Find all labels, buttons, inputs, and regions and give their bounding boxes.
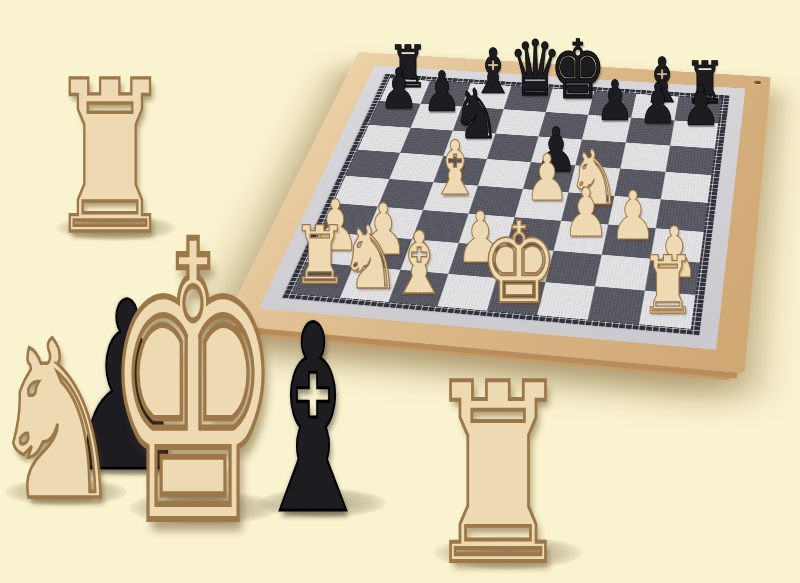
- square-e4: [515, 189, 569, 221]
- square-e6: [531, 136, 582, 165]
- square-h8: [674, 97, 721, 124]
- square-h1: [639, 291, 695, 329]
- square-f3: [554, 221, 609, 255]
- square-h3: [650, 228, 703, 262]
- square-e1: [487, 278, 546, 315]
- square-g7: [626, 118, 675, 146]
- square-f2: [546, 251, 602, 287]
- square-f4: [561, 192, 614, 224]
- chess-set-photo: ♜♝♛♚♝♜♟♟♟♟♟♞♟♝♟♞♟♟♟♟♟♟♜♞♝♚♜♜♚♟♞♝♜: [0, 0, 800, 583]
- square-f8: [588, 91, 636, 117]
- square-e7: [538, 112, 588, 139]
- square-e8: [546, 89, 595, 115]
- square-d5: [478, 159, 531, 189]
- square-f1: [537, 282, 595, 320]
- frame-screw-hole: [754, 80, 761, 84]
- square-f6: [575, 139, 625, 168]
- square-g4: [608, 196, 661, 228]
- square-g8: [631, 94, 679, 121]
- square-g2: [595, 255, 651, 291]
- square-e2: [497, 247, 554, 282]
- square-h2: [645, 259, 700, 295]
- square-g1: [588, 286, 645, 324]
- square-g3: [602, 225, 656, 259]
- square-h7: [670, 120, 718, 148]
- square-h6: [666, 146, 715, 176]
- square-h4: [656, 199, 708, 232]
- square-h5: [661, 172, 712, 203]
- square-d8: [504, 86, 553, 112]
- square-g6: [620, 142, 670, 171]
- square-f5: [568, 165, 620, 196]
- square-d7: [495, 109, 545, 136]
- square-f7: [582, 115, 631, 143]
- chessboard-frame: [223, 52, 771, 373]
- square-g5: [614, 169, 665, 200]
- square-e5: [523, 162, 575, 192]
- square-e3: [506, 217, 561, 251]
- square-d6: [487, 134, 539, 163]
- perspective-container: [0, 0, 800, 583]
- board-perspective-wrapper: [0, 0, 800, 583]
